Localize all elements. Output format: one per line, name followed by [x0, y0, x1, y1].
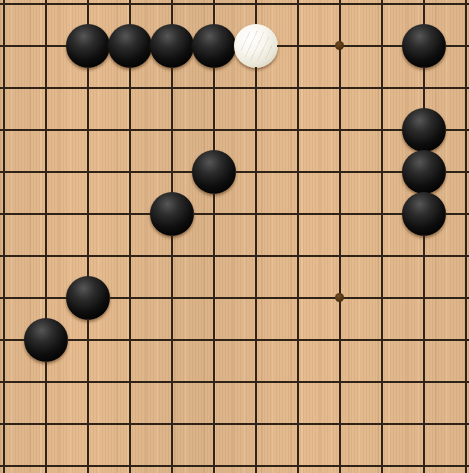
- black-stone: [192, 24, 236, 68]
- board-cell[interactable]: [361, 193, 403, 235]
- board-cell[interactable]: [0, 151, 25, 193]
- board-cell[interactable]: [67, 361, 109, 403]
- board-cell[interactable]: [151, 109, 193, 151]
- board-cell[interactable]: [361, 0, 403, 25]
- board-cell[interactable]: [25, 361, 67, 403]
- board-cell[interactable]: [319, 235, 361, 277]
- board-cell[interactable]: [151, 445, 193, 473]
- board-cell[interactable]: [25, 235, 67, 277]
- board-cell[interactable]: [151, 277, 193, 319]
- board-cell[interactable]: [109, 319, 151, 361]
- black-stone: [150, 192, 194, 236]
- board-cell[interactable]: [67, 67, 109, 109]
- board-cell[interactable]: [403, 67, 445, 109]
- board-cell[interactable]: [193, 235, 235, 277]
- black-stone: [402, 24, 446, 68]
- board-cell[interactable]: [319, 193, 361, 235]
- board-cell[interactable]: [109, 403, 151, 445]
- board-cell[interactable]: [277, 193, 319, 235]
- board-cell[interactable]: [445, 277, 469, 319]
- board-cell[interactable]: [25, 151, 67, 193]
- board-cell[interactable]: [151, 25, 193, 67]
- board-cell[interactable]: [403, 193, 445, 235]
- board-cell[interactable]: [319, 361, 361, 403]
- board-cell[interactable]: [235, 25, 277, 67]
- board-cell[interactable]: [403, 445, 445, 473]
- board-cell[interactable]: [151, 0, 193, 25]
- board-cell[interactable]: [151, 151, 193, 193]
- board-cell[interactable]: [319, 151, 361, 193]
- board-cell[interactable]: [235, 319, 277, 361]
- board-cell[interactable]: [403, 151, 445, 193]
- board-cell[interactable]: [235, 193, 277, 235]
- board-cell[interactable]: [67, 193, 109, 235]
- board-cell[interactable]: [445, 361, 469, 403]
- board-cell[interactable]: [109, 151, 151, 193]
- board-cell[interactable]: [277, 67, 319, 109]
- board-cell[interactable]: [361, 25, 403, 67]
- board-cell[interactable]: [193, 25, 235, 67]
- board-cell[interactable]: [151, 67, 193, 109]
- board-cell[interactable]: [0, 25, 25, 67]
- board-cell[interactable]: [319, 403, 361, 445]
- board-cell[interactable]: [403, 109, 445, 151]
- black-stone: [402, 150, 446, 194]
- board-cell[interactable]: [151, 319, 193, 361]
- board-cell[interactable]: [109, 0, 151, 25]
- board-cell[interactable]: [235, 235, 277, 277]
- board-cell[interactable]: [235, 277, 277, 319]
- board-cell[interactable]: [109, 193, 151, 235]
- board-cell[interactable]: [445, 319, 469, 361]
- board-cell[interactable]: [109, 67, 151, 109]
- board-cell[interactable]: [151, 193, 193, 235]
- board-cell[interactable]: [277, 403, 319, 445]
- board-cell[interactable]: [67, 235, 109, 277]
- board-cell[interactable]: [319, 67, 361, 109]
- board-cell[interactable]: [403, 403, 445, 445]
- board-cell[interactable]: [67, 109, 109, 151]
- board-cell[interactable]: [151, 403, 193, 445]
- black-stone: [402, 192, 446, 236]
- board-cell[interactable]: [0, 67, 25, 109]
- board-cell[interactable]: [25, 109, 67, 151]
- board-cell[interactable]: [235, 403, 277, 445]
- board-cell[interactable]: [193, 319, 235, 361]
- board-cell[interactable]: [67, 277, 109, 319]
- board-cell[interactable]: [109, 25, 151, 67]
- board-cell[interactable]: [193, 67, 235, 109]
- board-cell[interactable]: [193, 445, 235, 473]
- board-cell[interactable]: [445, 67, 469, 109]
- board-cell[interactable]: [67, 0, 109, 25]
- board-cell[interactable]: [361, 277, 403, 319]
- board-cell[interactable]: [25, 445, 67, 473]
- board-cell[interactable]: [277, 319, 319, 361]
- board-cell[interactable]: [361, 403, 403, 445]
- board-cell[interactable]: [403, 319, 445, 361]
- board-cell[interactable]: [403, 361, 445, 403]
- board-cell[interactable]: [151, 361, 193, 403]
- board-cell[interactable]: [445, 193, 469, 235]
- board-cell[interactable]: [67, 403, 109, 445]
- board-cell[interactable]: [151, 235, 193, 277]
- black-stone: [24, 318, 68, 362]
- board-cell[interactable]: [109, 361, 151, 403]
- board-cell[interactable]: [67, 151, 109, 193]
- board-cell[interactable]: [361, 67, 403, 109]
- board-cell[interactable]: [235, 67, 277, 109]
- board-cell[interactable]: [361, 319, 403, 361]
- board-cell[interactable]: [403, 25, 445, 67]
- board-cell[interactable]: [193, 193, 235, 235]
- board-cell[interactable]: [361, 361, 403, 403]
- board-cell[interactable]: [445, 235, 469, 277]
- board-cell[interactable]: [445, 0, 469, 25]
- board-cell[interactable]: [319, 109, 361, 151]
- star-point: [335, 41, 344, 50]
- board-cell[interactable]: [0, 109, 25, 151]
- board-cell[interactable]: [25, 277, 67, 319]
- board-cell[interactable]: [277, 361, 319, 403]
- board-cell[interactable]: [193, 361, 235, 403]
- board-cell[interactable]: [193, 403, 235, 445]
- board-cell[interactable]: [0, 193, 25, 235]
- board-cell[interactable]: [445, 109, 469, 151]
- board-cell[interactable]: [25, 319, 67, 361]
- board-grid: [0, 0, 469, 473]
- board-cell[interactable]: [193, 277, 235, 319]
- board-cell[interactable]: [25, 25, 67, 67]
- board-cell[interactable]: [67, 25, 109, 67]
- board-cell[interactable]: [109, 109, 151, 151]
- board-cell[interactable]: [67, 445, 109, 473]
- board-cell[interactable]: [235, 361, 277, 403]
- board-cell[interactable]: [361, 445, 403, 473]
- board-cell[interactable]: [0, 235, 25, 277]
- black-stone: [108, 24, 152, 68]
- board-cell[interactable]: [109, 235, 151, 277]
- board-cell[interactable]: [193, 151, 235, 193]
- star-point: [335, 293, 344, 302]
- board-cell[interactable]: [25, 193, 67, 235]
- go-board: [0, 0, 469, 473]
- black-stone: [192, 150, 236, 194]
- board-cell[interactable]: [277, 151, 319, 193]
- board-cell[interactable]: [0, 0, 25, 25]
- board-cell[interactable]: [25, 67, 67, 109]
- board-cell[interactable]: [0, 403, 25, 445]
- board-cell[interactable]: [361, 235, 403, 277]
- board-cell[interactable]: [319, 25, 361, 67]
- board-cell[interactable]: [361, 151, 403, 193]
- board-cell[interactable]: [235, 109, 277, 151]
- board-cell[interactable]: [25, 0, 67, 25]
- black-stone: [66, 276, 110, 320]
- board-cell[interactable]: [319, 0, 361, 25]
- board-cell[interactable]: [235, 445, 277, 473]
- board-cell[interactable]: [319, 319, 361, 361]
- board-cell[interactable]: [0, 361, 25, 403]
- board-cell[interactable]: [403, 235, 445, 277]
- board-cell[interactable]: [109, 277, 151, 319]
- board-cell[interactable]: [0, 319, 25, 361]
- white-stone: [234, 24, 278, 68]
- black-stone: [402, 108, 446, 152]
- board-cell[interactable]: [25, 403, 67, 445]
- board-cell[interactable]: [235, 151, 277, 193]
- board-cell[interactable]: [403, 0, 445, 25]
- board-cell[interactable]: [277, 109, 319, 151]
- board-cell[interactable]: [235, 0, 277, 25]
- board-cell[interactable]: [277, 277, 319, 319]
- board-cell[interactable]: [319, 445, 361, 473]
- board-cell[interactable]: [319, 277, 361, 319]
- board-cell[interactable]: [445, 25, 469, 67]
- board-cell[interactable]: [193, 0, 235, 25]
- board-cell[interactable]: [109, 445, 151, 473]
- board-cell[interactable]: [0, 277, 25, 319]
- board-cell[interactable]: [0, 445, 25, 473]
- black-stone: [66, 24, 110, 68]
- board-cell[interactable]: [193, 109, 235, 151]
- board-cell[interactable]: [445, 445, 469, 473]
- black-stone: [150, 24, 194, 68]
- board-cell[interactable]: [277, 235, 319, 277]
- board-cell[interactable]: [67, 319, 109, 361]
- board-cell[interactable]: [361, 109, 403, 151]
- board-cell[interactable]: [445, 403, 469, 445]
- board-cell[interactable]: [403, 277, 445, 319]
- board-cell[interactable]: [445, 151, 469, 193]
- board-cell[interactable]: [277, 0, 319, 25]
- board-cell[interactable]: [277, 25, 319, 67]
- board-cell[interactable]: [277, 445, 319, 473]
